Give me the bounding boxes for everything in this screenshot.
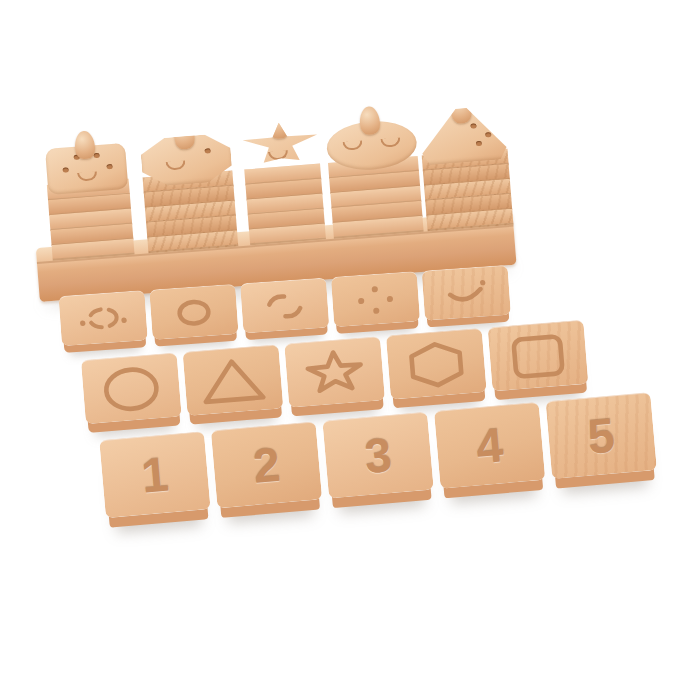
arc-slot xyxy=(342,140,363,151)
ring-engraving xyxy=(165,292,223,332)
number-tile-4: 4 xyxy=(434,402,545,489)
circle-engraving xyxy=(91,360,171,418)
peg-hole xyxy=(63,167,69,172)
number-tile-3: 3 xyxy=(322,412,433,499)
peg xyxy=(74,130,96,159)
star-engraving xyxy=(295,343,375,401)
engraved-number: 2 xyxy=(251,437,282,494)
engraved-number: 5 xyxy=(586,407,617,464)
four-dots-engraving xyxy=(346,280,404,320)
peg xyxy=(173,120,195,149)
pattern-tile-four-dots xyxy=(331,271,420,327)
arc-slot xyxy=(268,150,289,161)
triangle-top-piece xyxy=(417,105,509,166)
rounded-square-engraving xyxy=(498,327,578,385)
peg-hole xyxy=(485,132,491,137)
peg-hole xyxy=(204,148,210,153)
number-tile-5: 5 xyxy=(545,392,656,479)
arc-with-dot-engraving xyxy=(437,273,495,313)
stack-triangle xyxy=(418,105,513,231)
shape-tile-star xyxy=(284,336,385,407)
shape-tile-circle xyxy=(81,353,182,424)
arc-slot xyxy=(77,171,98,182)
shape-tile-square xyxy=(488,320,589,391)
product-photo-stage: 1 2 3 4 5 xyxy=(0,0,700,700)
pattern-tile-dotted-ring xyxy=(59,290,148,346)
triangle-engraving xyxy=(193,352,273,410)
peg-hole xyxy=(106,164,112,169)
dotted-ring-engraving xyxy=(74,299,132,339)
shape-tile-triangle xyxy=(183,344,284,415)
arc-slot xyxy=(380,137,401,148)
engraved-number: 3 xyxy=(362,427,393,484)
double-arc-engraving xyxy=(256,286,314,326)
peg xyxy=(359,106,381,135)
stack-square xyxy=(44,143,135,261)
square-top-piece xyxy=(45,143,128,195)
shape-tile-hexagon xyxy=(386,328,487,399)
engraved-number: 4 xyxy=(474,417,505,474)
pattern-tile-arc-with-dot xyxy=(422,265,511,321)
arc-slot xyxy=(165,160,186,171)
peg xyxy=(450,95,472,124)
stack-circle xyxy=(325,118,424,239)
peg xyxy=(268,110,290,139)
stack-octagon xyxy=(140,133,239,254)
stack-star xyxy=(241,120,326,246)
peg-hole xyxy=(470,123,476,128)
number-tile-1: 1 xyxy=(99,431,210,518)
peg-hole xyxy=(476,141,482,146)
number-tile-2: 2 xyxy=(211,421,322,508)
pattern-tile-ring xyxy=(149,284,238,340)
engraved-number: 1 xyxy=(139,447,170,504)
hexagon-engraving xyxy=(396,335,476,393)
peg-hole xyxy=(94,153,100,158)
pattern-tile-double-arc xyxy=(240,277,329,333)
